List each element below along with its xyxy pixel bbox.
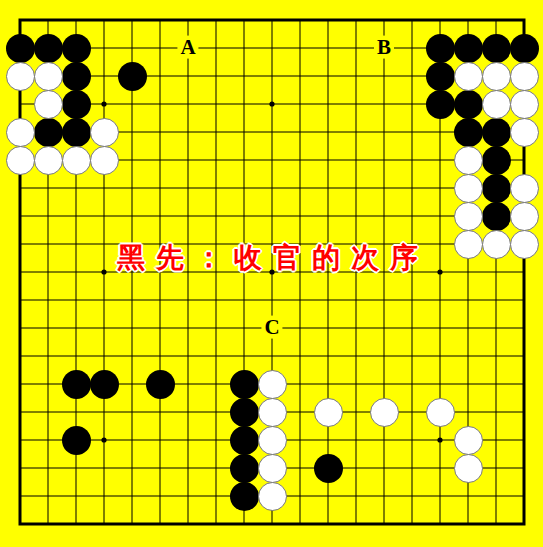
white-stone[interactable]	[482, 62, 511, 91]
star-point	[437, 269, 442, 274]
black-stone[interactable]	[426, 90, 455, 119]
white-stone[interactable]	[62, 146, 91, 175]
black-stone[interactable]	[34, 34, 63, 63]
label-B: B	[374, 36, 394, 59]
white-stone[interactable]	[90, 146, 119, 175]
white-stone[interactable]	[370, 398, 399, 427]
white-stone[interactable]	[454, 230, 483, 259]
white-stone[interactable]	[510, 90, 539, 119]
black-stone[interactable]	[62, 370, 91, 399]
white-stone[interactable]	[510, 62, 539, 91]
black-stone[interactable]	[482, 118, 511, 147]
black-stone[interactable]	[62, 62, 91, 91]
black-stone[interactable]	[426, 62, 455, 91]
white-stone[interactable]	[90, 118, 119, 147]
black-stone[interactable]	[90, 370, 119, 399]
label-C: C	[261, 316, 282, 339]
white-stone[interactable]	[510, 118, 539, 147]
white-stone[interactable]	[510, 202, 539, 231]
black-stone[interactable]	[314, 454, 343, 483]
black-stone[interactable]	[482, 34, 511, 63]
black-stone[interactable]	[62, 118, 91, 147]
star-point	[101, 269, 106, 274]
star-point	[269, 101, 274, 106]
black-stone[interactable]	[230, 398, 259, 427]
white-stone[interactable]	[510, 230, 539, 259]
white-stone[interactable]	[454, 202, 483, 231]
black-stone[interactable]	[482, 174, 511, 203]
star-point	[101, 437, 106, 442]
white-stone[interactable]	[510, 174, 539, 203]
white-stone[interactable]	[6, 146, 35, 175]
black-stone[interactable]	[6, 34, 35, 63]
black-stone[interactable]	[454, 90, 483, 119]
white-stone[interactable]	[34, 90, 63, 119]
white-stone[interactable]	[258, 426, 287, 455]
white-stone[interactable]	[258, 482, 287, 511]
label-A: A	[177, 36, 198, 59]
black-stone[interactable]	[230, 454, 259, 483]
white-stone[interactable]	[454, 62, 483, 91]
black-stone[interactable]	[62, 426, 91, 455]
white-stone[interactable]	[34, 146, 63, 175]
black-stone[interactable]	[454, 118, 483, 147]
black-stone[interactable]	[510, 34, 539, 63]
star-point	[101, 101, 106, 106]
black-stone[interactable]	[482, 202, 511, 231]
white-stone[interactable]	[482, 90, 511, 119]
black-stone[interactable]	[34, 118, 63, 147]
black-stone[interactable]	[482, 146, 511, 175]
white-stone[interactable]	[258, 454, 287, 483]
black-stone[interactable]	[62, 34, 91, 63]
white-stone[interactable]	[258, 370, 287, 399]
go-board-diagram: A B C 黑先：收官的次序	[0, 0, 543, 547]
white-stone[interactable]	[314, 398, 343, 427]
white-stone[interactable]	[454, 454, 483, 483]
black-stone[interactable]	[230, 482, 259, 511]
white-stone[interactable]	[6, 118, 35, 147]
white-stone[interactable]	[482, 230, 511, 259]
white-stone[interactable]	[454, 146, 483, 175]
white-stone[interactable]	[454, 174, 483, 203]
star-point	[437, 437, 442, 442]
white-stone[interactable]	[258, 398, 287, 427]
white-stone[interactable]	[34, 62, 63, 91]
black-stone[interactable]	[230, 426, 259, 455]
black-stone[interactable]	[426, 34, 455, 63]
white-stone[interactable]	[454, 426, 483, 455]
white-stone[interactable]	[6, 62, 35, 91]
white-stone[interactable]	[426, 398, 455, 427]
black-stone[interactable]	[118, 62, 147, 91]
black-stone[interactable]	[454, 34, 483, 63]
caption-text: 黑先：收官的次序	[117, 239, 429, 277]
black-stone[interactable]	[62, 90, 91, 119]
black-stone[interactable]	[230, 370, 259, 399]
black-stone[interactable]	[146, 370, 175, 399]
